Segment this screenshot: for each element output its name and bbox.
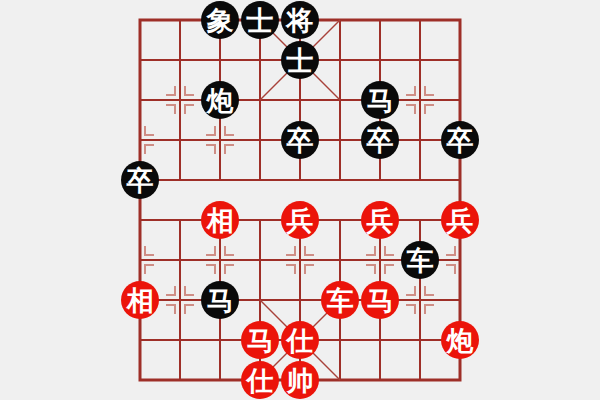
piece-red-elephant[interactable]: 相	[201, 201, 239, 239]
piece-glyph: 马	[207, 286, 234, 316]
piece-red-horse[interactable]: 马	[361, 281, 399, 319]
piece-black-horse[interactable]: 马	[201, 281, 239, 319]
piece-red-advisor[interactable]: 仕	[281, 321, 319, 359]
piece-red-horse[interactable]: 马	[241, 321, 279, 359]
xiangqi-board: 象士将士炮马卒卒卒卒相兵兵兵车相马车马马仕炮仕帅	[0, 0, 600, 400]
piece-glyph: 马	[247, 326, 274, 356]
piece-glyph: 马	[367, 86, 394, 116]
piece-glyph: 马	[367, 286, 394, 316]
piece-red-pawn[interactable]: 兵	[361, 201, 399, 239]
piece-black-elephant[interactable]: 象	[201, 1, 239, 39]
piece-glyph: 兵	[446, 206, 474, 236]
piece-glyph: 卒	[126, 166, 154, 196]
piece-glyph: 相	[126, 286, 154, 316]
piece-black-pawn[interactable]: 卒	[441, 121, 479, 159]
piece-glyph: 士	[286, 46, 314, 76]
piece-red-cannon[interactable]: 炮	[441, 321, 479, 359]
piece-glyph: 车	[407, 246, 434, 276]
piece-glyph: 兵	[286, 206, 314, 236]
piece-black-horse[interactable]: 马	[361, 81, 399, 119]
piece-glyph: 卒	[366, 126, 394, 156]
piece-glyph: 相	[206, 206, 234, 236]
piece-black-pawn[interactable]: 卒	[121, 161, 159, 199]
piece-black-advisor[interactable]: 士	[241, 1, 279, 39]
piece-black-cannon[interactable]: 炮	[201, 81, 239, 119]
piece-black-chariot[interactable]: 车	[401, 241, 439, 279]
piece-red-advisor[interactable]: 仕	[241, 361, 279, 399]
piece-glyph: 将	[285, 6, 314, 36]
piece-black-pawn[interactable]: 卒	[281, 121, 319, 159]
piece-glyph: 仕	[246, 366, 274, 396]
piece-red-elephant[interactable]: 相	[121, 281, 159, 319]
xiangqi-app: 象士将士炮马卒卒卒卒相兵兵兵车相马车马马仕炮仕帅	[0, 0, 600, 400]
piece-glyph: 卒	[446, 126, 474, 156]
piece-glyph: 仕	[286, 326, 314, 356]
piece-red-general[interactable]: 帅	[281, 361, 319, 399]
piece-black-general[interactable]: 将	[281, 1, 319, 39]
piece-glyph: 车	[327, 286, 354, 316]
piece-glyph: 卒	[286, 126, 314, 156]
piece-glyph: 炮	[446, 326, 474, 356]
piece-red-pawn[interactable]: 兵	[281, 201, 319, 239]
piece-black-advisor[interactable]: 士	[281, 41, 319, 79]
piece-glyph: 士	[246, 6, 274, 36]
piece-glyph: 帅	[286, 366, 314, 396]
piece-glyph: 象	[206, 6, 234, 36]
piece-red-chariot[interactable]: 车	[321, 281, 359, 319]
piece-red-pawn[interactable]: 兵	[441, 201, 479, 239]
piece-glyph: 兵	[366, 206, 394, 236]
piece-black-pawn[interactable]: 卒	[361, 121, 399, 159]
piece-glyph: 炮	[206, 86, 234, 116]
